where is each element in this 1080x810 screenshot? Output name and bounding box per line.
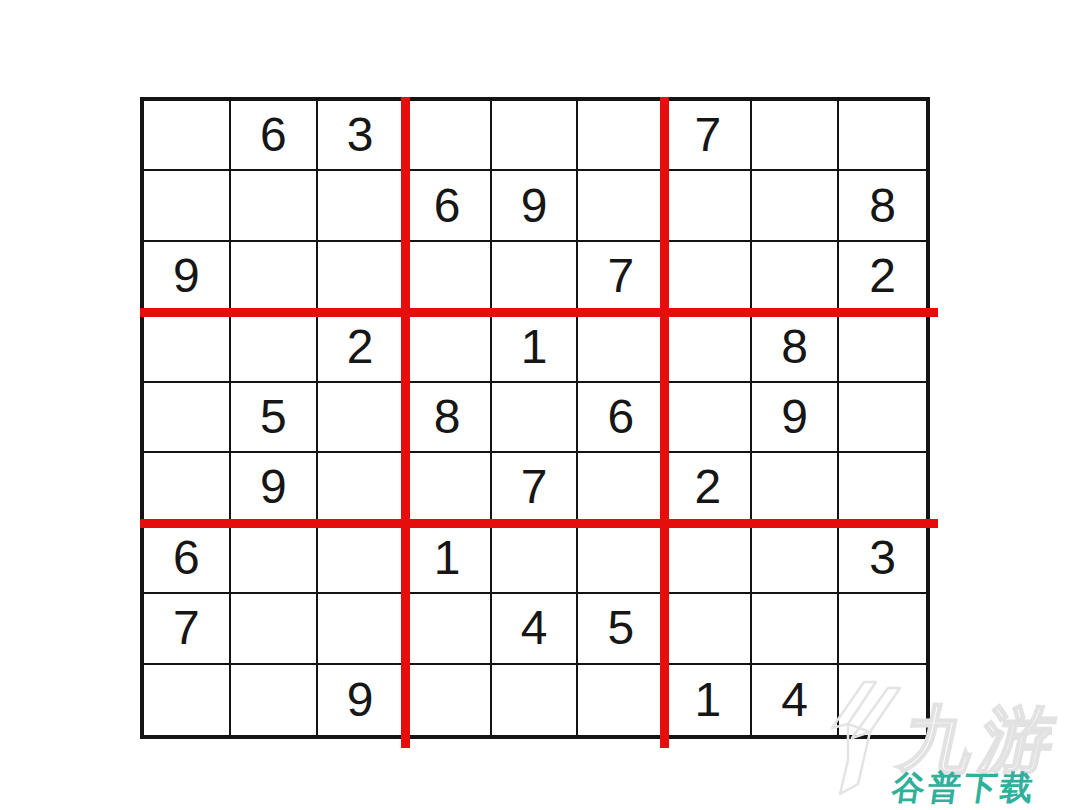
cell-r7c5[interactable] (492, 524, 579, 594)
cell-r3c3[interactable] (318, 242, 405, 312)
cell-r7c6[interactable] (578, 524, 665, 594)
cell-r3c6[interactable]: 7 (578, 242, 665, 312)
cell-r5c6[interactable]: 6 (578, 383, 665, 453)
cell-r1c5[interactable] (492, 101, 579, 171)
cell-r1c2[interactable]: 6 (231, 101, 318, 171)
cell-r9c1[interactable] (144, 665, 231, 735)
cell-r6c1[interactable] (144, 453, 231, 523)
cell-r2c9[interactable]: 8 (839, 171, 926, 241)
cell-r1c1[interactable] (144, 101, 231, 171)
cell-r8c7[interactable] (665, 594, 752, 664)
cell-r7c8[interactable] (752, 524, 839, 594)
cell-r7c9[interactable]: 3 (839, 524, 926, 594)
cell-r4c6[interactable] (578, 312, 665, 382)
cell-r2c8[interactable] (752, 171, 839, 241)
cell-r9c6[interactable] (578, 665, 665, 735)
cell-r8c9[interactable] (839, 594, 926, 664)
cell-r2c4[interactable]: 6 (405, 171, 492, 241)
cell-r2c3[interactable] (318, 171, 405, 241)
cell-r8c8[interactable] (752, 594, 839, 664)
cell-r9c5[interactable] (492, 665, 579, 735)
cell-r3c5[interactable] (492, 242, 579, 312)
cell-r4c1[interactable] (144, 312, 231, 382)
cell-r9c4[interactable] (405, 665, 492, 735)
cell-r4c5[interactable]: 1 (492, 312, 579, 382)
cell-r5c7[interactable] (665, 383, 752, 453)
cell-r9c9[interactable] (839, 665, 926, 735)
cell-r6c8[interactable] (752, 453, 839, 523)
watermark-site-text: 谷普下载 (889, 766, 1039, 810)
cell-r1c4[interactable] (405, 101, 492, 171)
cell-r8c6[interactable]: 5 (578, 594, 665, 664)
cell-r9c3[interactable]: 9 (318, 665, 405, 735)
cell-r4c8[interactable]: 8 (752, 312, 839, 382)
cell-r2c2[interactable] (231, 171, 318, 241)
cell-r2c6[interactable] (578, 171, 665, 241)
cell-r8c4[interactable] (405, 594, 492, 664)
cell-r7c4[interactable]: 1 (405, 524, 492, 594)
cell-r3c1[interactable]: 9 (144, 242, 231, 312)
cell-r1c7[interactable]: 7 (665, 101, 752, 171)
cell-r1c9[interactable] (839, 101, 926, 171)
cell-r5c8[interactable]: 9 (752, 383, 839, 453)
cell-r5c2[interactable]: 5 (231, 383, 318, 453)
cell-r4c7[interactable] (665, 312, 752, 382)
cell-r9c2[interactable] (231, 665, 318, 735)
page: 6376989722185869972613745914 九游 谷普下载 (0, 0, 1080, 810)
cell-r8c2[interactable] (231, 594, 318, 664)
cell-r4c3[interactable]: 2 (318, 312, 405, 382)
cell-r1c6[interactable] (578, 101, 665, 171)
cell-r7c3[interactable] (318, 524, 405, 594)
cell-r9c8[interactable]: 4 (752, 665, 839, 735)
cell-r6c5[interactable]: 7 (492, 453, 579, 523)
cell-r5c4[interactable]: 8 (405, 383, 492, 453)
cell-r7c1[interactable]: 6 (144, 524, 231, 594)
cell-r6c6[interactable] (578, 453, 665, 523)
sudoku-board: 6376989722185869972613745914 (140, 97, 930, 739)
cell-r5c9[interactable] (839, 383, 926, 453)
sudoku-grid: 6376989722185869972613745914 (144, 101, 926, 735)
cell-r5c3[interactable] (318, 383, 405, 453)
cell-r3c4[interactable] (405, 242, 492, 312)
cell-r4c4[interactable] (405, 312, 492, 382)
cell-r9c7[interactable]: 1 (665, 665, 752, 735)
cell-r7c7[interactable] (665, 524, 752, 594)
cell-r8c1[interactable]: 7 (144, 594, 231, 664)
cell-r3c9[interactable]: 2 (839, 242, 926, 312)
cell-r2c5[interactable]: 9 (492, 171, 579, 241)
cell-r1c8[interactable] (752, 101, 839, 171)
cell-r6c4[interactable] (405, 453, 492, 523)
cell-r3c7[interactable] (665, 242, 752, 312)
cell-r8c3[interactable] (318, 594, 405, 664)
cell-r6c7[interactable]: 2 (665, 453, 752, 523)
cell-r4c9[interactable] (839, 312, 926, 382)
cell-r1c3[interactable]: 3 (318, 101, 405, 171)
cell-r3c8[interactable] (752, 242, 839, 312)
cell-r6c2[interactable]: 9 (231, 453, 318, 523)
cell-r8c5[interactable]: 4 (492, 594, 579, 664)
cell-r2c1[interactable] (144, 171, 231, 241)
cell-r6c3[interactable] (318, 453, 405, 523)
cell-r4c2[interactable] (231, 312, 318, 382)
cell-r6c9[interactable] (839, 453, 926, 523)
cell-r5c1[interactable] (144, 383, 231, 453)
cell-r5c5[interactable] (492, 383, 579, 453)
cell-r7c2[interactable] (231, 524, 318, 594)
cell-r2c7[interactable] (665, 171, 752, 241)
cell-r3c2[interactable] (231, 242, 318, 312)
